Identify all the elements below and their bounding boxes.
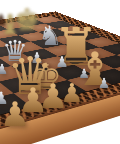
chess-set-photo: ♟♚♝♞♛♟♜♟♟♟♝♟♚♛♟♟♟♟♟ <box>0 0 120 144</box>
silver-pawn[interactable]: ♟ <box>98 76 111 90</box>
pieces-layer: ♟♚♝♞♛♟♜♟♟♟♝♟♚♛♟♟♟♟♟ <box>0 0 120 144</box>
wood-pawn[interactable]: ♟ <box>0 97 30 131</box>
